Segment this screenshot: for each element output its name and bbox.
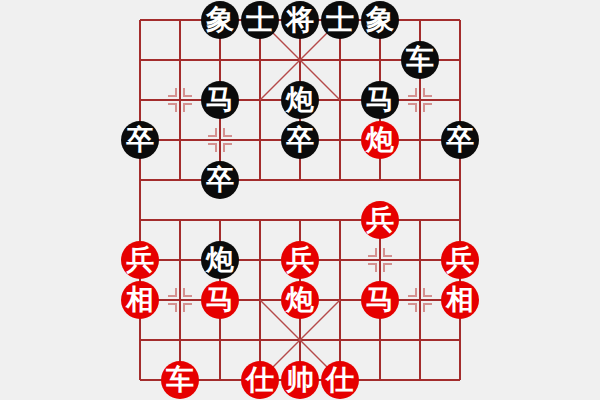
- piece-black-cannon[interactable]: 炮: [201, 241, 239, 279]
- piece-red-horse[interactable]: 马: [201, 281, 239, 319]
- piece-red-soldier[interactable]: 兵: [121, 241, 159, 279]
- piece-black-horse[interactable]: 马: [361, 81, 399, 119]
- piece-red-elephant[interactable]: 相: [441, 281, 479, 319]
- piece-red-soldier[interactable]: 兵: [281, 241, 319, 279]
- piece-red-general[interactable]: 帅: [281, 361, 319, 399]
- piece-black-general[interactable]: 将: [281, 1, 319, 39]
- piece-black-chariot[interactable]: 车: [401, 41, 439, 79]
- piece-black-soldier[interactable]: 卒: [201, 161, 239, 199]
- piece-black-advisor[interactable]: 士: [241, 1, 279, 39]
- piece-red-cannon[interactable]: 炮: [361, 121, 399, 159]
- piece-black-advisor[interactable]: 士: [321, 1, 359, 39]
- piece-black-horse[interactable]: 马: [201, 81, 239, 119]
- piece-red-chariot[interactable]: 车: [161, 361, 199, 399]
- piece-black-elephant[interactable]: 象: [201, 1, 239, 39]
- piece-red-soldier[interactable]: 兵: [441, 241, 479, 279]
- pieces-layer: 象士将士象车马炮马卒卒卒卒炮炮兵兵兵兵相马炮马相车仕帅仕: [0, 0, 600, 400]
- piece-black-soldier[interactable]: 卒: [121, 121, 159, 159]
- piece-black-soldier[interactable]: 卒: [281, 121, 319, 159]
- piece-red-cannon[interactable]: 炮: [281, 281, 319, 319]
- piece-red-horse[interactable]: 马: [361, 281, 399, 319]
- piece-black-soldier[interactable]: 卒: [441, 121, 479, 159]
- piece-red-soldier[interactable]: 兵: [361, 201, 399, 239]
- piece-red-advisor[interactable]: 仕: [321, 361, 359, 399]
- piece-black-cannon[interactable]: 炮: [281, 81, 319, 119]
- xiangqi-app: 象士将士象车马炮马卒卒卒卒炮炮兵兵兵兵相马炮马相车仕帅仕: [0, 0, 600, 400]
- piece-black-elephant[interactable]: 象: [361, 1, 399, 39]
- piece-red-advisor[interactable]: 仕: [241, 361, 279, 399]
- piece-red-elephant[interactable]: 相: [121, 281, 159, 319]
